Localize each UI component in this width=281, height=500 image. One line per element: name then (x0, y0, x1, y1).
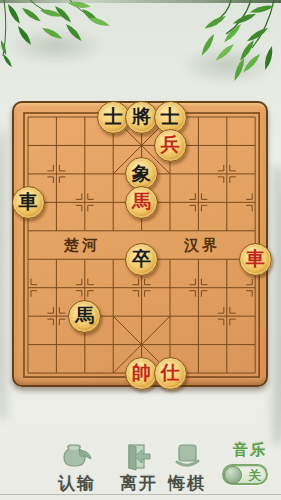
piece-red-chariot[interactable]: 車 (239, 243, 272, 276)
undo-button[interactable]: 悔棋 (159, 442, 215, 495)
game-screen: 楚河 汉界 士將士兵象馬車卒車馬帥仕 认输 离开 悔棋 (0, 0, 281, 500)
music-toggle[interactable]: 关 (222, 464, 268, 485)
xiangqi-board[interactable]: 楚河 汉界 士將士兵象馬車卒車馬帥仕 (12, 101, 268, 387)
toggle-knob-icon[interactable] (224, 466, 242, 484)
resign-pot-icon (60, 442, 94, 471)
piece-red-soldier[interactable]: 兵 (154, 129, 187, 162)
piece-red-advisor[interactable]: 仕 (154, 357, 187, 390)
bamboo-top-right-icon (156, 0, 281, 95)
bamboo-top-left-icon (0, 0, 120, 72)
bottom-divider (0, 494, 281, 495)
piece-black-horse[interactable]: 馬 (68, 300, 101, 333)
undo-piece-icon (171, 442, 203, 471)
undo-label: 悔棋 (159, 472, 215, 495)
resign-button[interactable]: 认输 (49, 442, 105, 495)
river-label-left: 楚河 (52, 236, 112, 255)
river-label-right: 汉界 (172, 236, 232, 255)
music-label: 音乐 (227, 441, 273, 460)
music-state-label: 关 (248, 467, 261, 485)
piece-red-horse[interactable]: 馬 (125, 186, 158, 219)
piece-black-chariot[interactable]: 車 (12, 186, 45, 219)
piece-black-soldier[interactable]: 卒 (125, 243, 158, 276)
resign-label: 认输 (49, 472, 105, 495)
mist-right (267, 165, 281, 445)
mist-left (0, 130, 12, 420)
leave-door-icon (123, 442, 155, 471)
